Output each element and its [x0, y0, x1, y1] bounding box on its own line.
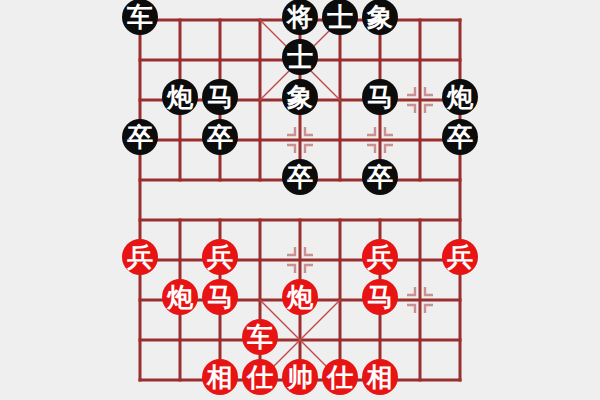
- piece-black-elephant[interactable]: 象: [282, 79, 318, 115]
- piece-black-pawn[interactable]: 卒: [362, 159, 398, 195]
- piece-black-advisor[interactable]: 士: [322, 0, 358, 35]
- piece-black-pawn[interactable]: 卒: [282, 159, 318, 195]
- piece-red-elephant[interactable]: 相: [362, 359, 398, 395]
- piece-black-cannon[interactable]: 炮: [442, 79, 478, 115]
- pieces-layer: 车将士象士炮马象马炮卒卒卒卒卒兵兵兵兵炮马炮马车相仕帅仕相: [0, 0, 600, 400]
- piece-red-horse[interactable]: 马: [202, 279, 238, 315]
- piece-black-elephant[interactable]: 象: [362, 0, 398, 35]
- piece-black-cannon[interactable]: 炮: [162, 79, 198, 115]
- piece-black-advisor[interactable]: 士: [282, 39, 318, 75]
- piece-red-elephant[interactable]: 相: [202, 359, 238, 395]
- piece-red-king[interactable]: 帅: [282, 359, 318, 395]
- piece-red-pawn[interactable]: 兵: [202, 239, 238, 275]
- piece-black-king[interactable]: 将: [282, 0, 318, 35]
- piece-red-horse[interactable]: 马: [362, 279, 398, 315]
- piece-red-advisor[interactable]: 仕: [322, 359, 358, 395]
- piece-red-pawn[interactable]: 兵: [122, 239, 158, 275]
- piece-black-pawn[interactable]: 卒: [122, 119, 158, 155]
- piece-black-rook[interactable]: 车: [122, 0, 158, 35]
- piece-red-cannon[interactable]: 炮: [162, 279, 198, 315]
- piece-red-pawn[interactable]: 兵: [362, 239, 398, 275]
- piece-red-rook[interactable]: 车: [242, 319, 278, 355]
- xiangqi-board[interactable]: 车将士象士炮马象马炮卒卒卒卒卒兵兵兵兵炮马炮马车相仕帅仕相: [0, 0, 600, 400]
- piece-black-pawn[interactable]: 卒: [442, 119, 478, 155]
- piece-red-cannon[interactable]: 炮: [282, 279, 318, 315]
- piece-red-pawn[interactable]: 兵: [442, 239, 478, 275]
- piece-black-horse[interactable]: 马: [202, 79, 238, 115]
- piece-black-horse[interactable]: 马: [362, 79, 398, 115]
- piece-black-pawn[interactable]: 卒: [202, 119, 238, 155]
- piece-red-advisor[interactable]: 仕: [242, 359, 278, 395]
